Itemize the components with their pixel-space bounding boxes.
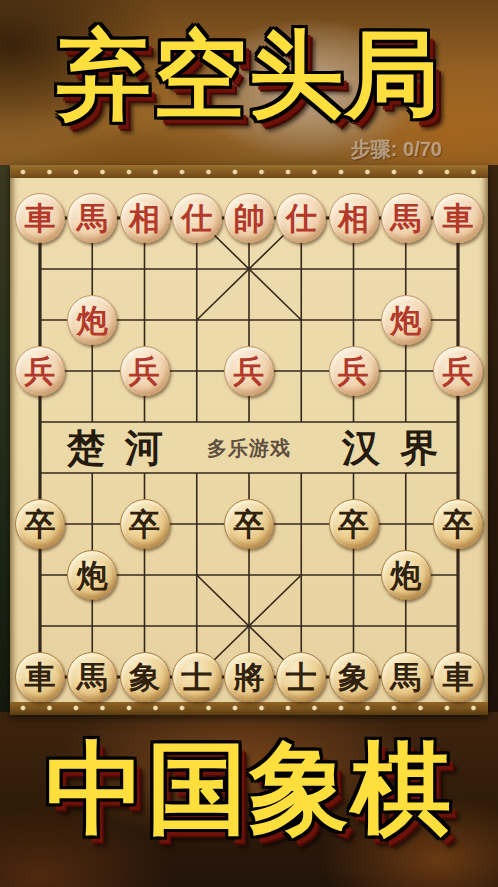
- piece-black-馬[interactable]: 馬: [381, 652, 431, 702]
- piece-red-仕[interactable]: 仕: [172, 193, 222, 243]
- piece-black-炮[interactable]: 炮: [381, 550, 431, 600]
- piece-black-將[interactable]: 將: [224, 652, 274, 702]
- piece-black-士[interactable]: 士: [276, 652, 326, 702]
- puzzle-title: 弃空头局: [0, 26, 498, 125]
- piece-black-卒[interactable]: 卒: [15, 499, 65, 549]
- piece-red-兵[interactable]: 兵: [15, 346, 65, 396]
- piece-red-相[interactable]: 相: [329, 193, 379, 243]
- piece-red-炮[interactable]: 炮: [381, 295, 431, 345]
- piece-black-馬[interactable]: 馬: [67, 652, 117, 702]
- piece-red-兵[interactable]: 兵: [329, 346, 379, 396]
- river-label-han-jie: 汉界: [305, 423, 475, 473]
- piece-black-卒[interactable]: 卒: [224, 499, 274, 549]
- piece-red-相[interactable]: 相: [120, 193, 170, 243]
- step-counter: 步骤: 0/70: [351, 136, 442, 163]
- piece-black-象[interactable]: 象: [329, 652, 379, 702]
- piece-red-兵[interactable]: 兵: [433, 346, 483, 396]
- piece-red-兵[interactable]: 兵: [224, 346, 274, 396]
- piece-black-象[interactable]: 象: [120, 652, 170, 702]
- piece-black-車[interactable]: 車: [433, 652, 483, 702]
- piece-red-馬[interactable]: 馬: [67, 193, 117, 243]
- piece-black-卒[interactable]: 卒: [329, 499, 379, 549]
- background-right-strip: [487, 165, 498, 715]
- piece-black-炮[interactable]: 炮: [67, 550, 117, 600]
- game-title: 中国象棋: [0, 736, 498, 841]
- piece-black-卒[interactable]: 卒: [433, 499, 483, 549]
- piece-black-士[interactable]: 士: [172, 652, 222, 702]
- piece-red-仕[interactable]: 仕: [276, 193, 326, 243]
- piece-red-車[interactable]: 車: [433, 193, 483, 243]
- xiangqi-board[interactable]: 楚河 多乐游戏 汉界 車馬相仕帥仕相馬車炮炮兵兵兵兵兵卒卒卒卒卒炮炮車馬象士將士…: [10, 165, 488, 715]
- app-screen: 弃空头局 步骤: 0/70 楚河 多乐游戏 汉界 車馬相仕帥仕相馬車炮炮兵兵兵兵…: [0, 0, 498, 887]
- piece-black-卒[interactable]: 卒: [120, 499, 170, 549]
- piece-red-車[interactable]: 車: [15, 193, 65, 243]
- piece-red-帥[interactable]: 帥: [224, 193, 274, 243]
- piece-red-炮[interactable]: 炮: [67, 295, 117, 345]
- piece-red-馬[interactable]: 馬: [381, 193, 431, 243]
- piece-black-車[interactable]: 車: [15, 652, 65, 702]
- piece-red-兵[interactable]: 兵: [120, 346, 170, 396]
